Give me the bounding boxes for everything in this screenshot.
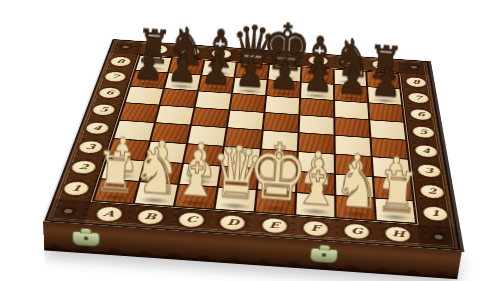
square-c5[interactable] bbox=[192, 108, 228, 127]
square-b5[interactable] bbox=[156, 106, 193, 125]
file-label-A: A bbox=[93, 206, 124, 223]
piece-cell-e1: ♚ bbox=[256, 190, 295, 214]
rank-label-1: 1 bbox=[61, 181, 91, 197]
file-label-H: H bbox=[372, 60, 393, 71]
square-g8[interactable] bbox=[335, 70, 366, 87]
piece-white-rook[interactable]: ♜ bbox=[375, 163, 422, 222]
file-label-G: G bbox=[340, 57, 361, 68]
rank-label-8: 8 bbox=[108, 56, 132, 67]
square-g5[interactable] bbox=[335, 118, 369, 137]
square-e8[interactable] bbox=[269, 65, 301, 81]
square-d7[interactable] bbox=[233, 78, 267, 95]
square-g6[interactable] bbox=[335, 101, 368, 119]
square-h7[interactable] bbox=[368, 87, 401, 104]
square-h8[interactable] bbox=[367, 72, 399, 89]
file-label-D: D bbox=[219, 214, 247, 231]
perspective-scene: ABCDEFGH ABCDEFGH 87654321 87654321 ♜♞♝♛… bbox=[71, 0, 455, 281]
rank-label-7: 7 bbox=[407, 92, 430, 104]
square-c8[interactable] bbox=[202, 61, 235, 77]
file-label-D: D bbox=[243, 51, 265, 62]
square-b8[interactable] bbox=[169, 58, 203, 74]
square-a5[interactable] bbox=[120, 103, 158, 122]
square-h6[interactable] bbox=[369, 103, 403, 121]
file-label-G: G bbox=[344, 223, 371, 240]
square-h5[interactable] bbox=[370, 120, 405, 139]
brass-latch-left[interactable] bbox=[72, 231, 100, 247]
rank-label-5: 5 bbox=[90, 104, 117, 117]
chess-set-photo: ABCDEFGH ABCDEFGH 87654321 87654321 ♜♞♝♛… bbox=[0, 0, 500, 281]
rank-label-1: 1 bbox=[422, 206, 450, 222]
square-d8[interactable] bbox=[235, 63, 268, 79]
rank-label-8: 8 bbox=[405, 76, 427, 87]
file-label-A: A bbox=[146, 44, 169, 55]
square-g7[interactable] bbox=[335, 85, 367, 102]
square-f7[interactable] bbox=[301, 83, 333, 100]
file-label-F: F bbox=[302, 220, 328, 237]
file-label-E: E bbox=[260, 217, 287, 234]
square-a8[interactable] bbox=[136, 56, 171, 72]
square-d6[interactable] bbox=[231, 94, 266, 112]
file-label-C: C bbox=[210, 48, 232, 59]
file-label-B: B bbox=[135, 209, 165, 226]
chess-board: ABCDEFGH ABCDEFGH 87654321 87654321 ♜♞♝♛… bbox=[44, 39, 461, 250]
piece-cell-f1: ♝ bbox=[296, 193, 334, 217]
rank-label-2: 2 bbox=[419, 184, 446, 199]
square-c6[interactable] bbox=[196, 91, 231, 109]
rank-label-5: 5 bbox=[411, 126, 435, 139]
square-f6[interactable] bbox=[300, 99, 333, 117]
square-b7[interactable] bbox=[165, 73, 200, 90]
frame-corner-ornament bbox=[417, 224, 460, 250]
square-b6[interactable] bbox=[161, 89, 197, 107]
frame-corner-ornament bbox=[44, 199, 92, 225]
file-label-E: E bbox=[275, 53, 296, 64]
rank-label-7: 7 bbox=[103, 71, 128, 82]
camera-tilt-wrapper: ABCDEFGH ABCDEFGH 87654321 87654321 ♜♞♝♛… bbox=[0, 0, 500, 281]
rank-label-4: 4 bbox=[414, 144, 439, 158]
rank-label-6: 6 bbox=[97, 87, 123, 99]
square-a7[interactable] bbox=[131, 71, 167, 88]
file-label-H: H bbox=[384, 226, 412, 243]
file-label-C: C bbox=[177, 211, 206, 228]
piece-cell-g1: ♞ bbox=[336, 196, 374, 220]
file-label-B: B bbox=[178, 46, 201, 57]
square-e7[interactable] bbox=[267, 80, 300, 97]
brass-latch-right[interactable] bbox=[309, 247, 338, 263]
square-e6[interactable] bbox=[265, 96, 299, 114]
square-f8[interactable] bbox=[302, 67, 333, 84]
square-a6[interactable] bbox=[126, 87, 163, 105]
file-label-F: F bbox=[308, 55, 329, 66]
square-c7[interactable] bbox=[199, 76, 233, 93]
piece-cell-h1: ♜ bbox=[376, 199, 416, 223]
rank-label-6: 6 bbox=[409, 108, 433, 120]
